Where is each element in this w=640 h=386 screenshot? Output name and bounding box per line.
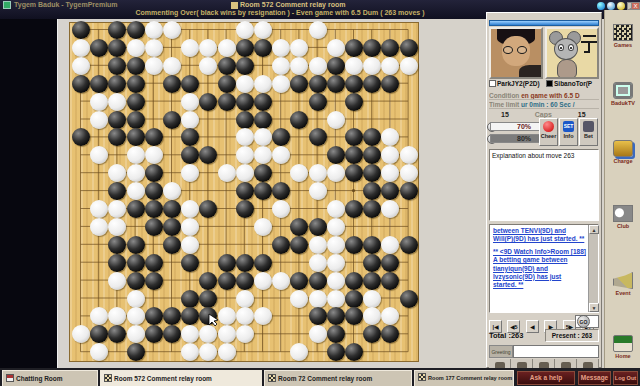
black-stone [145, 164, 163, 182]
white-stone [127, 307, 145, 325]
white-stone [381, 128, 399, 146]
black-stone [108, 128, 126, 146]
white-stone [218, 325, 236, 343]
black-player-avatar[interactable] [545, 27, 599, 79]
black-stone [290, 218, 308, 236]
horn-icon [613, 272, 633, 289]
white-player-name: ParkJY2(P2D) [497, 80, 540, 87]
black-stone-indicator [546, 80, 553, 87]
caps-label: Caps [535, 111, 552, 118]
info-button[interactable]: SET Info [559, 118, 578, 146]
close-button[interactable]: X [631, 2, 640, 10]
panel-title-strip [489, 20, 599, 26]
white-stone [199, 57, 217, 75]
white-stone [400, 164, 418, 182]
white-stone [90, 200, 108, 218]
house-tab-icon [6, 374, 14, 382]
black-stone [127, 93, 145, 111]
black-stone [363, 75, 381, 93]
black-stone [363, 164, 381, 182]
black-stone [181, 290, 199, 308]
black-stone [236, 93, 254, 111]
white-stone [236, 146, 254, 164]
black-stone [218, 272, 236, 290]
black-stone [108, 182, 126, 200]
black-stone [345, 93, 363, 111]
black-stone [400, 236, 418, 254]
white-stone [181, 200, 199, 218]
white-player-avatar[interactable] [489, 27, 543, 79]
black-stone [218, 75, 236, 93]
mouse-cursor [208, 313, 220, 327]
coins-icon [613, 140, 633, 157]
white-stone [309, 290, 327, 308]
white-player-name-row[interactable]: ParkJY2(P2D) [489, 80, 545, 91]
black-stone [363, 200, 381, 218]
white-stone [236, 75, 254, 93]
black-stone [181, 146, 199, 164]
white-stone [145, 39, 163, 57]
black-stone [254, 93, 272, 111]
black-stone [345, 39, 363, 57]
black-stone [309, 307, 327, 325]
black-stone [199, 146, 217, 164]
black-stone [218, 254, 236, 272]
black-stone [145, 200, 163, 218]
black-stone [272, 236, 290, 254]
launcher-column: Games BadukTV Charge Club Event Home [604, 10, 640, 386]
white-stone [90, 93, 108, 111]
black-stone [345, 128, 363, 146]
tab-room-177[interactable]: Room 177 Comment relay room [414, 370, 514, 386]
black-stone [290, 236, 308, 254]
black-stone [90, 39, 108, 57]
black-stone [363, 272, 381, 290]
board-tab-icon [418, 373, 426, 381]
black-stone [163, 236, 181, 254]
tab-room-572[interactable]: Room 572 Comment relay room [100, 370, 262, 386]
black-stone [145, 254, 163, 272]
black-stone [309, 75, 327, 93]
white-stone [254, 21, 272, 39]
black-stone [400, 290, 418, 308]
time-limit-label: Time limit [489, 101, 519, 108]
black-stone [108, 75, 126, 93]
black-stone [345, 272, 363, 290]
black-stone [327, 57, 345, 75]
time-limit-line: Time limit ur 0min : 60 Sec / [489, 101, 599, 109]
white-stone [181, 39, 199, 57]
white-stone [108, 218, 126, 236]
window-title: Tygem Baduk - TygemPremium [14, 1, 118, 8]
white-stone [290, 343, 308, 361]
white-stone [236, 164, 254, 182]
white-stone [218, 39, 236, 57]
white-stone [181, 164, 199, 182]
two-faces-icon [613, 205, 633, 222]
white-stone [290, 290, 308, 308]
black-stone [127, 343, 145, 361]
total-moves: Total :263 [489, 331, 523, 340]
black-stone [345, 200, 363, 218]
black-stone [145, 182, 163, 200]
black-stone [145, 128, 163, 146]
black-stone [363, 182, 381, 200]
white-stone [381, 307, 399, 325]
black-stone [90, 75, 108, 93]
white-stone [272, 146, 290, 164]
black-stone [127, 128, 145, 146]
white-stone [327, 254, 345, 272]
white-stone [108, 272, 126, 290]
black-stone [72, 21, 90, 39]
black-stone [400, 182, 418, 200]
club-launcher[interactable]: Club [605, 205, 640, 229]
explanation-text: Explanation about move 263 [492, 152, 574, 159]
white-stone [236, 325, 254, 343]
logout-button[interactable]: Log Out [613, 371, 638, 385]
ask-help-button[interactable]: Ask a help [517, 371, 575, 385]
board-tab-icon [104, 374, 112, 382]
white-stone [72, 39, 90, 57]
black-stone [163, 307, 181, 325]
white-stone [145, 57, 163, 75]
black-stone [290, 75, 308, 93]
bet-camera-icon [583, 121, 594, 132]
go-board-area [57, 19, 420, 368]
charge-label: Charge [614, 158, 633, 164]
black-stone [145, 272, 163, 290]
baduktv-launcher[interactable]: BadukTV [605, 82, 640, 106]
game-status-line: Commenting Over( black wins by resignati… [0, 9, 560, 16]
black-stone [108, 39, 126, 57]
black-stone [327, 307, 345, 325]
games-label: Games [614, 42, 632, 48]
black-stone [199, 290, 217, 308]
tab-label: Room 72 Comment relay room [278, 375, 372, 382]
black-stone [363, 146, 381, 164]
greeting-label: Greeting [489, 345, 513, 358]
white-stone [400, 57, 418, 75]
black-stone [218, 93, 236, 111]
white-stone [90, 343, 108, 361]
black-stone [163, 200, 181, 218]
black-stone [381, 39, 399, 57]
tv-icon [613, 82, 633, 99]
chat-message-box[interactable]: between TENVI(9D) and Will(P)(9D) has ju… [489, 224, 599, 313]
black-stone [309, 93, 327, 111]
black-caps-count: 15 [578, 111, 586, 118]
black-stone [254, 182, 272, 200]
black-stone [236, 39, 254, 57]
black-stone [309, 272, 327, 290]
scroll-up-icon[interactable]: ▲ [589, 225, 599, 234]
black-stone [163, 75, 181, 93]
black-stone [345, 343, 363, 361]
search-globe-icon[interactable] [607, 2, 615, 10]
black-stone [309, 218, 327, 236]
cheer-ball-icon [543, 121, 554, 132]
black-stone [236, 200, 254, 218]
black-stone [108, 325, 126, 343]
white-stone [290, 164, 308, 182]
mouse-cartoon-avatar [547, 29, 597, 77]
condition-label: Condition [489, 92, 519, 99]
bet-button[interactable]: Bet [579, 118, 598, 146]
black-stone [327, 75, 345, 93]
tab-room-72[interactable]: Room 72 Comment relay room [264, 370, 412, 386]
games-launcher[interactable]: Games [605, 24, 640, 48]
black-stone [327, 343, 345, 361]
black-stone [127, 236, 145, 254]
white-stone [309, 182, 327, 200]
white-stone [363, 290, 381, 308]
white-stone [381, 57, 399, 75]
black-stone [254, 254, 272, 272]
room-title: Room 572 Comment relay room [240, 1, 345, 8]
black-stone [163, 111, 181, 129]
board-tab-icon [268, 374, 276, 382]
white-stone [127, 146, 145, 164]
black-stone [108, 57, 126, 75]
white-stone [90, 307, 108, 325]
white-stone [90, 111, 108, 129]
white-stone-indicator [489, 80, 496, 87]
black-stone [127, 272, 145, 290]
black-stone [127, 21, 145, 39]
white-stone [90, 218, 108, 236]
white-stone [327, 200, 345, 218]
set-info-icon: SET [563, 121, 574, 132]
white-stone [309, 236, 327, 254]
white-stone [327, 111, 345, 129]
white-stone [163, 182, 181, 200]
black-stone [272, 128, 290, 146]
white-stone [254, 128, 272, 146]
white-stone [199, 325, 217, 343]
white-stone [381, 146, 399, 164]
white-stone [381, 236, 399, 254]
black-stone [345, 75, 363, 93]
event-label: Event [616, 290, 631, 296]
white-stone [145, 21, 163, 39]
tab-label: Room 572 Comment relay room [114, 375, 212, 382]
black-stone [127, 57, 145, 75]
black-stone [236, 254, 254, 272]
app-window: Tygem Baduk - TygemPremium Room 572 Comm… [0, 0, 640, 386]
white-stone [400, 146, 418, 164]
white-stone [309, 21, 327, 39]
black-stone [145, 307, 163, 325]
white-stone [163, 57, 181, 75]
white-stone [236, 307, 254, 325]
white-stone [327, 290, 345, 308]
white-stone [127, 325, 145, 343]
explanation-box[interactable]: Explanation about move 263 [489, 149, 599, 221]
black-stone [400, 39, 418, 57]
key-icon[interactable] [617, 2, 625, 10]
black-stone [236, 272, 254, 290]
white-stone [127, 290, 145, 308]
white-stone [327, 164, 345, 182]
white-stone [236, 290, 254, 308]
black-stone [72, 75, 90, 93]
white-stone [254, 146, 272, 164]
charge-launcher[interactable]: Charge [605, 140, 640, 164]
stones-layer [58, 19, 421, 368]
white-stone [254, 75, 272, 93]
black-stone [327, 146, 345, 164]
black-stone [108, 21, 126, 39]
home-launcher[interactable]: Home [605, 335, 640, 359]
black-stone [127, 75, 145, 93]
black-stone [218, 57, 236, 75]
white-stone [108, 200, 126, 218]
white-stone [272, 39, 290, 57]
black-stone [199, 272, 217, 290]
black-stone [381, 272, 399, 290]
black-stone [345, 290, 363, 308]
white-stone [181, 236, 199, 254]
present-move: Present : 263 [545, 329, 599, 342]
black-stone [163, 325, 181, 343]
white-stone [199, 343, 217, 361]
white-stone [254, 307, 272, 325]
black-stone [363, 325, 381, 343]
black-stone [381, 254, 399, 272]
black-stone [236, 111, 254, 129]
white-stone [309, 164, 327, 182]
black-stone [381, 75, 399, 93]
white-stone [327, 218, 345, 236]
white-stone [327, 272, 345, 290]
white-stone [145, 146, 163, 164]
black-stone [90, 325, 108, 343]
black-stone [345, 164, 363, 182]
cheer-label: Cheer [541, 133, 557, 139]
white-stone [236, 21, 254, 39]
black-stone [127, 111, 145, 129]
white-stone [272, 272, 290, 290]
white-stone [309, 254, 327, 272]
cheer-button[interactable]: Cheer [539, 118, 558, 146]
black-stone [108, 111, 126, 129]
white-stone [218, 343, 236, 361]
greeting-row: Greeting [489, 345, 599, 358]
baduktv-label: BadukTV [611, 100, 635, 106]
white-stone [272, 57, 290, 75]
tab-label: Chatting Room [16, 375, 63, 382]
left-margin-strip [0, 19, 57, 368]
white-stone [181, 218, 199, 236]
white-stone [181, 93, 199, 111]
black-stone [309, 128, 327, 146]
black-stone [181, 128, 199, 146]
white-stone [309, 57, 327, 75]
chat-scrollbar[interactable]: ▲ ▼ [588, 225, 598, 312]
white-stone [108, 307, 126, 325]
white-stone [127, 39, 145, 57]
info-label: Info [563, 133, 573, 139]
black-stone [108, 236, 126, 254]
white-stone [254, 218, 272, 236]
house-icon [613, 335, 633, 352]
white-stone [363, 57, 381, 75]
black-stone [199, 200, 217, 218]
black-stone [345, 236, 363, 254]
white-stone [127, 164, 145, 182]
black-stone [272, 182, 290, 200]
club-label: Club [617, 223, 629, 229]
message-button[interactable]: Message [578, 371, 611, 385]
white-stone [181, 343, 199, 361]
room-title-icon [231, 2, 238, 9]
black-stone [381, 182, 399, 200]
black-stone [254, 164, 272, 182]
home-label: Home [615, 353, 630, 359]
white-stone [345, 57, 363, 75]
white-stone [363, 307, 381, 325]
event-launcher[interactable]: Event [605, 272, 640, 296]
black-player-name-row[interactable]: SibanoTor(P [546, 80, 600, 91]
white-stone [72, 325, 90, 343]
black-stone [236, 57, 254, 75]
network-icon[interactable] [597, 2, 605, 10]
white-stone [163, 21, 181, 39]
black-stone [181, 307, 199, 325]
black-stone [381, 325, 399, 343]
black-stone [363, 128, 381, 146]
black-stone [127, 254, 145, 272]
black-stone [345, 307, 363, 325]
white-stone [327, 39, 345, 57]
black-stone [363, 254, 381, 272]
white-stone [290, 39, 308, 57]
black-stone [363, 39, 381, 57]
black-stone [236, 182, 254, 200]
bet-label: Bet [584, 133, 593, 139]
black-stone [345, 146, 363, 164]
chat-message-link[interactable]: ** <9D Watch Info>Room [188] A betting g… [493, 248, 586, 289]
white-stone [218, 164, 236, 182]
black-stone [363, 236, 381, 254]
scroll-down-icon[interactable]: ▼ [589, 303, 599, 312]
black-stone [254, 111, 272, 129]
white-stone [90, 146, 108, 164]
white-stone [127, 182, 145, 200]
go-board-grid-icon [613, 24, 633, 41]
white-stone [254, 272, 272, 290]
white-stone [381, 200, 399, 218]
black-stone [199, 93, 217, 111]
tab-label: Room 177 Comment relay room [428, 375, 512, 381]
black-player-name: SibanoTor(P [554, 80, 592, 87]
white-stone [72, 57, 90, 75]
captures-row: 15 Caps 15 [489, 111, 599, 118]
black-stone [327, 325, 345, 343]
tab-chatting-room[interactable]: Chatting Room [2, 370, 98, 386]
greeting-input[interactable] [513, 345, 599, 358]
go-button[interactable]: GO [577, 315, 590, 328]
player-photo [491, 29, 541, 77]
chat-message-link[interactable]: between TENVI(9D) and Will(P)(9D) has ju… [493, 227, 586, 243]
white-stone [218, 307, 236, 325]
white-stone [236, 128, 254, 146]
white-stone [108, 164, 126, 182]
white-stone [272, 200, 290, 218]
black-stone [145, 218, 163, 236]
white-stone [199, 39, 217, 57]
